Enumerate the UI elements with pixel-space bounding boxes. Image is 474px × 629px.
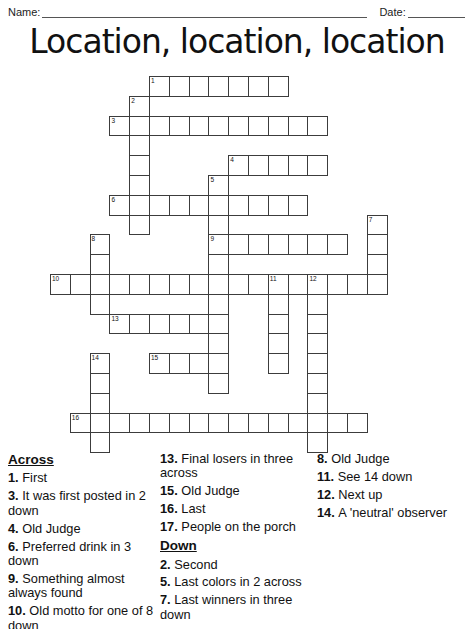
grid-cell-r14c2[interactable]: 14 <box>90 353 111 374</box>
grid-cell-r12c3[interactable]: 13 <box>109 314 130 335</box>
crossword-grid: 12345678910111213141516 <box>0 0 474 460</box>
grid-cell-r5c4[interactable] <box>129 175 150 196</box>
clue-5: 5. Last colors in 2 across <box>160 575 312 589</box>
clue-10: 10. Old motto for one of 8 down <box>8 604 154 629</box>
grid-cell-r2c3[interactable]: 3 <box>109 116 130 137</box>
grid-cell-r10c3[interactable] <box>109 274 130 295</box>
grid-cell-r10c10[interactable] <box>248 274 269 295</box>
grid-cell-r17c6[interactable] <box>169 413 190 434</box>
grid-cell-r18c2[interactable] <box>90 432 111 453</box>
grid-cell-r0c5[interactable]: 1 <box>149 76 170 97</box>
grid-cell-r4c11[interactable] <box>268 155 289 176</box>
grid-cell-r2c10[interactable] <box>248 116 269 137</box>
grid-cell-r2c12[interactable] <box>288 116 309 137</box>
grid-cell-r2c5[interactable] <box>149 116 170 137</box>
grid-cell-r0c9[interactable] <box>228 76 249 97</box>
grid-cell-r12c6[interactable] <box>169 314 190 335</box>
grid-cell-r14c6[interactable] <box>169 353 190 374</box>
grid-cell-r17c7[interactable] <box>189 413 210 434</box>
clue-9: 9. Something almost always found <box>8 572 154 601</box>
clue-3: 3. It was first posted in 2 down <box>8 489 154 518</box>
grid-cell-r9c2[interactable] <box>90 254 111 275</box>
grid-cell-r17c14[interactable] <box>327 413 348 434</box>
grid-cell-r17c3[interactable] <box>109 413 130 434</box>
grid-cell-r11c13[interactable] <box>307 294 328 315</box>
clue-number-6: 6 <box>111 196 115 203</box>
grid-cell-r17c15[interactable] <box>347 413 368 434</box>
clue-number-13: 13 <box>111 315 118 322</box>
clue-6: 6. Preferred drink in 3 down <box>8 540 154 569</box>
grid-cell-r0c6[interactable] <box>169 76 190 97</box>
grid-cell-r16c2[interactable] <box>90 393 111 414</box>
grid-cell-r14c8[interactable] <box>208 353 229 374</box>
grid-cell-r8c14[interactable] <box>327 234 348 255</box>
clue-4: 4. Old Judge <box>8 522 154 536</box>
clue-column-across: Across1. First3. It was first posted in … <box>8 452 154 629</box>
grid-cell-r10c16[interactable] <box>367 274 388 295</box>
grid-cell-r8c13[interactable] <box>307 234 328 255</box>
grid-cell-r1c4[interactable]: 2 <box>129 96 150 117</box>
clue-13: 13. Final losers in three across <box>160 452 312 481</box>
clue-number-7: 7 <box>369 216 373 223</box>
clue-8: 8. Old Judge <box>317 452 471 466</box>
clue-number-12: 12 <box>309 275 316 282</box>
grid-cell-r12c7[interactable] <box>189 314 210 335</box>
grid-cell-r17c13[interactable] <box>307 413 328 434</box>
grid-cell-r10c9[interactable] <box>228 274 249 295</box>
grid-cell-r17c2[interactable] <box>90 413 111 434</box>
clue-column-down: 8. Old Judge11. See 14 down12. Next up14… <box>317 452 471 524</box>
grid-cell-r2c8[interactable] <box>208 116 229 137</box>
grid-cell-r6c4[interactable] <box>129 195 150 216</box>
clue-2: 2. Second <box>160 558 312 572</box>
grid-cell-r13c11[interactable] <box>268 333 289 354</box>
grid-cell-r14c11[interactable] <box>268 353 289 374</box>
grid-cell-r10c7[interactable] <box>189 274 210 295</box>
grid-cell-r14c7[interactable] <box>189 353 210 374</box>
grid-cell-r6c11[interactable] <box>268 195 289 216</box>
clue-12: 12. Next up <box>317 488 471 502</box>
grid-cell-r9c16[interactable] <box>367 254 388 275</box>
grid-cell-r2c9[interactable] <box>228 116 249 137</box>
grid-cell-r14c5[interactable]: 15 <box>149 353 170 374</box>
clue-number-15: 15 <box>151 354 158 361</box>
grid-cell-r14c13[interactable] <box>307 353 328 374</box>
grid-cell-r8c8[interactable]: 9 <box>208 234 229 255</box>
clue-7: 7. Last winners in three down <box>160 593 312 622</box>
clue-number-11: 11 <box>270 275 277 282</box>
grid-cell-r0c10[interactable] <box>248 76 269 97</box>
grid-cell-r4c9[interactable]: 4 <box>228 155 249 176</box>
clue-number-1: 1 <box>151 77 155 84</box>
grid-cell-r4c12[interactable] <box>288 155 309 176</box>
grid-cell-r11c2[interactable] <box>90 294 111 315</box>
grid-cell-r7c16[interactable]: 7 <box>367 215 388 236</box>
clue-number-10: 10 <box>52 275 59 282</box>
grid-cell-r10c0[interactable]: 10 <box>50 274 71 295</box>
grid-cell-r10c12[interactable] <box>288 274 309 295</box>
grid-cell-r10c14[interactable] <box>327 274 348 295</box>
grid-cell-r15c8[interactable] <box>208 373 229 394</box>
grid-cell-r6c3[interactable]: 6 <box>109 195 130 216</box>
grid-cell-r10c8[interactable] <box>208 274 229 295</box>
grid-cell-r8c16[interactable] <box>367 234 388 255</box>
grid-cell-r7c8[interactable] <box>208 215 229 236</box>
grid-cell-r3c4[interactable] <box>129 135 150 156</box>
grid-cell-r6c7[interactable] <box>189 195 210 216</box>
grid-cell-r17c11[interactable] <box>268 413 289 434</box>
grid-cell-r2c11[interactable] <box>268 116 289 137</box>
grid-cell-r2c13[interactable] <box>307 116 328 137</box>
grid-cell-r10c11[interactable]: 11 <box>268 274 289 295</box>
grid-cell-r15c13[interactable] <box>307 373 328 394</box>
grid-cell-r10c5[interactable] <box>149 274 170 295</box>
grid-cell-r5c8[interactable]: 5 <box>208 175 229 196</box>
grid-cell-r8c2[interactable]: 8 <box>90 234 111 255</box>
grid-cell-r12c13[interactable] <box>307 314 328 335</box>
grid-cell-r15c2[interactable] <box>90 373 111 394</box>
clue-11: 11. See 14 down <box>317 470 471 484</box>
clue-16: 16. Last <box>160 502 312 516</box>
grid-cell-r6c9[interactable] <box>228 195 249 216</box>
clue-1: 1. First <box>8 471 154 485</box>
grid-cell-r17c4[interactable] <box>129 413 150 434</box>
clue-15: 15. Old Judge <box>160 484 312 498</box>
grid-cell-r16c13[interactable] <box>307 393 328 414</box>
grid-cell-r10c6[interactable] <box>169 274 190 295</box>
clue-number-2: 2 <box>131 97 135 104</box>
grid-cell-r12c5[interactable] <box>149 314 170 335</box>
clue-number-16: 16 <box>72 414 79 421</box>
clue-number-8: 8 <box>92 235 96 242</box>
grid-cell-r10c2[interactable] <box>90 274 111 295</box>
grid-cell-r8c12[interactable] <box>288 234 309 255</box>
grid-cell-r17c8[interactable] <box>208 413 229 434</box>
grid-cell-r8c10[interactable] <box>248 234 269 255</box>
grid-cell-r12c8[interactable] <box>208 314 229 335</box>
grid-cell-r6c10[interactable] <box>248 195 269 216</box>
grid-cell-r9c8[interactable] <box>208 254 229 275</box>
grid-cell-r0c11[interactable] <box>268 76 289 97</box>
grid-cell-r10c15[interactable] <box>347 274 368 295</box>
clue-number-5: 5 <box>210 176 214 183</box>
grid-cell-r6c5[interactable] <box>149 195 170 216</box>
grid-cell-r13c8[interactable] <box>208 333 229 354</box>
grid-cell-r13c13[interactable] <box>307 333 328 354</box>
grid-cell-r8c9[interactable] <box>228 234 249 255</box>
down-heading: Down <box>160 538 312 553</box>
clue-number-9: 9 <box>210 235 214 242</box>
grid-cell-r11c8[interactable] <box>208 294 229 315</box>
grid-cell-r4c4[interactable] <box>129 155 150 176</box>
clue-17: 17. People on the porch <box>160 520 312 534</box>
grid-cell-r0c8[interactable] <box>208 76 229 97</box>
grid-cell-r17c10[interactable] <box>248 413 269 434</box>
grid-cell-r11c11[interactable] <box>268 294 289 315</box>
grid-cell-r17c9[interactable] <box>228 413 249 434</box>
grid-cell-r6c12[interactable] <box>288 195 309 216</box>
grid-cell-r17c5[interactable] <box>149 413 170 434</box>
grid-cell-r6c8[interactable] <box>208 195 229 216</box>
clue-number-3: 3 <box>111 117 115 124</box>
clue-number-4: 4 <box>230 156 234 163</box>
grid-cell-r6c6[interactable] <box>169 195 190 216</box>
across-heading: Across <box>8 452 154 467</box>
clue-column-middle: 13. Final losers in three across15. Old … <box>160 452 312 626</box>
grid-cell-r17c12[interactable] <box>288 413 309 434</box>
grid-cell-r12c4[interactable] <box>129 314 150 335</box>
grid-cell-r10c13[interactable]: 12 <box>307 274 328 295</box>
grid-cell-r2c4[interactable] <box>129 116 150 137</box>
grid-cell-r10c1[interactable] <box>70 274 91 295</box>
grid-cell-r7c4[interactable] <box>129 215 150 236</box>
grid-cell-r10c4[interactable] <box>129 274 150 295</box>
grid-cell-r4c13[interactable] <box>307 155 328 176</box>
grid-cell-r12c11[interactable] <box>268 314 289 335</box>
grid-cell-r2c7[interactable] <box>189 116 210 137</box>
clue-14: 14. A 'neutral' observer <box>317 506 471 520</box>
grid-cell-r4c10[interactable] <box>248 155 269 176</box>
grid-cell-r17c1[interactable]: 16 <box>70 413 91 434</box>
clue-number-14: 14 <box>92 354 99 361</box>
grid-cell-r2c6[interactable] <box>169 116 190 137</box>
grid-cell-r8c11[interactable] <box>268 234 289 255</box>
grid-cell-r0c7[interactable] <box>189 76 210 97</box>
